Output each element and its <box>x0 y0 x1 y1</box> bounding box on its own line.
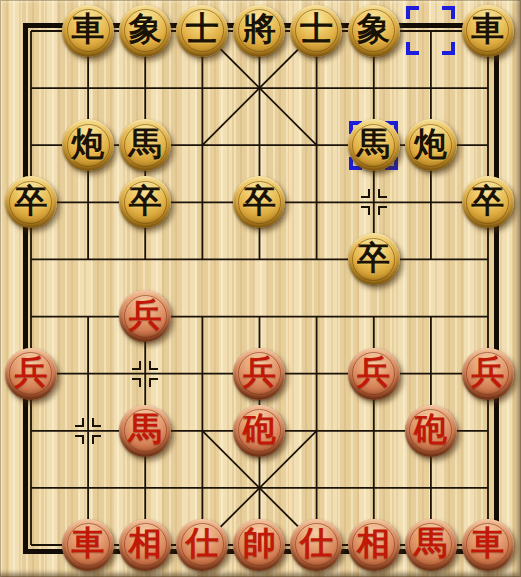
piece-red-soldier[interactable]: 兵 <box>5 348 57 400</box>
piece-glyph: 炮 <box>414 128 447 161</box>
board-point[interactable]: 車 <box>60 2 117 59</box>
board-point[interactable]: 兵 <box>345 345 402 402</box>
piece-glyph: 卒 <box>243 185 276 218</box>
piece-red-soldier[interactable]: 兵 <box>462 348 514 400</box>
piece-glyph: 卒 <box>129 185 162 218</box>
piece-red-cannon[interactable]: 砲 <box>233 405 285 457</box>
board-point[interactable]: 卒 <box>231 174 288 231</box>
piece-glyph: 車 <box>471 13 504 46</box>
piece-glyph: 仕 <box>186 527 219 560</box>
piece-glyph: 象 <box>357 13 390 46</box>
piece-red-elephant[interactable]: 相 <box>348 519 400 571</box>
piece-black-soldier[interactable]: 卒 <box>462 176 514 228</box>
piece-glyph: 士 <box>300 13 333 46</box>
piece-glyph: 兵 <box>357 356 390 389</box>
piece-red-cannon[interactable]: 砲 <box>405 405 457 457</box>
board-point[interactable] <box>117 345 174 402</box>
board-point[interactable]: 象 <box>345 2 402 59</box>
board-point[interactable] <box>60 402 117 459</box>
piece-red-chariot[interactable]: 車 <box>462 519 514 571</box>
piece-black-elephant[interactable]: 象 <box>119 5 171 57</box>
point-marker <box>75 418 101 444</box>
board-point[interactable]: 車 <box>459 2 516 59</box>
piece-black-cannon[interactable]: 炮 <box>62 119 114 171</box>
piece-glyph: 相 <box>129 527 162 560</box>
piece-red-advisor[interactable]: 仕 <box>290 519 342 571</box>
board-point[interactable]: 士 <box>174 2 231 59</box>
board-point[interactable]: 相 <box>345 516 402 573</box>
board-point[interactable]: 相 <box>117 516 174 573</box>
piece-glyph: 卒 <box>14 185 47 218</box>
board-point[interactable]: 卒 <box>2 174 59 231</box>
board-point[interactable]: 車 <box>60 516 117 573</box>
xiangqi-board[interactable]: 車象士將士象車炮馬馬炮卒卒卒卒卒兵兵兵兵兵馬砲砲車相仕帥仕相馬車 <box>0 0 521 577</box>
piece-glyph: 砲 <box>243 413 276 446</box>
piece-red-soldier[interactable]: 兵 <box>233 348 285 400</box>
piece-black-cannon[interactable]: 炮 <box>405 119 457 171</box>
board-point[interactable]: 兵 <box>117 288 174 345</box>
piece-glyph: 車 <box>72 13 105 46</box>
piece-black-soldier[interactable]: 卒 <box>5 176 57 228</box>
piece-black-soldier[interactable]: 卒 <box>348 233 400 285</box>
piece-glyph: 炮 <box>72 128 105 161</box>
board-point[interactable]: 帥 <box>231 516 288 573</box>
board-grid[interactable]: 車象士將士象車炮馬馬炮卒卒卒卒卒兵兵兵兵兵馬砲砲車相仕帥仕相馬車 <box>2 2 516 573</box>
board-point[interactable]: 兵 <box>231 345 288 402</box>
piece-black-horse[interactable]: 馬 <box>348 119 400 171</box>
piece-glyph: 相 <box>357 527 390 560</box>
piece-glyph: 馬 <box>129 128 162 161</box>
piece-glyph: 砲 <box>414 413 447 446</box>
board-point[interactable]: 炮 <box>402 117 459 174</box>
piece-glyph: 帥 <box>243 527 276 560</box>
piece-glyph: 兵 <box>243 356 276 389</box>
board-point[interactable]: 卒 <box>459 174 516 231</box>
board-point[interactable]: 車 <box>459 516 516 573</box>
piece-glyph: 馬 <box>357 128 390 161</box>
piece-black-general[interactable]: 將 <box>233 5 285 57</box>
board-point[interactable] <box>345 174 402 231</box>
piece-red-soldier[interactable]: 兵 <box>348 348 400 400</box>
board-point[interactable]: 馬 <box>117 117 174 174</box>
piece-glyph: 將 <box>243 13 276 46</box>
piece-glyph: 象 <box>129 13 162 46</box>
board-point[interactable]: 馬 <box>402 516 459 573</box>
piece-black-advisor[interactable]: 士 <box>290 5 342 57</box>
piece-red-advisor[interactable]: 仕 <box>176 519 228 571</box>
board-point[interactable]: 馬 <box>345 117 402 174</box>
piece-glyph: 馬 <box>129 413 162 446</box>
piece-black-elephant[interactable]: 象 <box>348 5 400 57</box>
piece-red-chariot[interactable]: 車 <box>62 519 114 571</box>
board-point[interactable]: 仕 <box>288 516 345 573</box>
board-point[interactable]: 將 <box>231 2 288 59</box>
board-point[interactable]: 卒 <box>117 174 174 231</box>
board-point[interactable]: 兵 <box>459 345 516 402</box>
board-point[interactable]: 卒 <box>345 231 402 288</box>
piece-glyph: 馬 <box>414 527 447 560</box>
point-marker <box>132 361 158 387</box>
piece-glyph: 車 <box>72 527 105 560</box>
board-point[interactable]: 象 <box>117 2 174 59</box>
piece-glyph: 兵 <box>14 356 47 389</box>
piece-glyph: 卒 <box>471 185 504 218</box>
piece-glyph: 兵 <box>129 299 162 332</box>
piece-glyph: 兵 <box>471 356 504 389</box>
board-point[interactable]: 士 <box>288 2 345 59</box>
piece-red-horse[interactable]: 馬 <box>405 519 457 571</box>
piece-black-horse[interactable]: 馬 <box>119 119 171 171</box>
piece-glyph: 車 <box>471 527 504 560</box>
piece-red-general[interactable]: 帥 <box>233 519 285 571</box>
point-marker <box>361 189 387 215</box>
piece-glyph: 卒 <box>357 242 390 275</box>
piece-black-soldier[interactable]: 卒 <box>233 176 285 228</box>
piece-black-chariot[interactable]: 車 <box>62 5 114 57</box>
piece-black-soldier[interactable]: 卒 <box>119 176 171 228</box>
last-move-from-marker <box>406 6 455 55</box>
piece-red-soldier[interactable]: 兵 <box>119 290 171 342</box>
board-point[interactable]: 炮 <box>60 117 117 174</box>
board-point[interactable] <box>402 2 459 59</box>
board-point[interactable]: 砲 <box>231 402 288 459</box>
board-point[interactable]: 兵 <box>2 345 59 402</box>
piece-red-elephant[interactable]: 相 <box>119 519 171 571</box>
board-point[interactable]: 馬 <box>117 402 174 459</box>
board-point[interactable]: 砲 <box>402 402 459 459</box>
piece-black-advisor[interactable]: 士 <box>176 5 228 57</box>
piece-red-horse[interactable]: 馬 <box>119 405 171 457</box>
piece-glyph: 士 <box>186 13 219 46</box>
board-point[interactable]: 仕 <box>174 516 231 573</box>
piece-glyph: 仕 <box>300 527 333 560</box>
piece-black-chariot[interactable]: 車 <box>462 5 514 57</box>
